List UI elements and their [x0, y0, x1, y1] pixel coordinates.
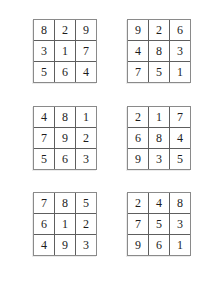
number-grid-3: 481792563: [33, 106, 97, 170]
grid-cell-r2c1: 7: [34, 128, 54, 148]
grid-cell-r1c3: 5: [76, 193, 96, 213]
grid-cell-r1c1: 2: [128, 193, 148, 213]
grid-cell-r3c1: 5: [34, 149, 54, 169]
grid-cell-r2c3: 3: [170, 41, 190, 61]
grid-cell-r2c1: 6: [34, 214, 54, 234]
grid-cell-r2c1: 3: [34, 41, 54, 61]
grid-cell-r3c2: 6: [55, 62, 75, 82]
grid-cell-r1c2: 8: [55, 107, 75, 127]
grid-cell-r3c3: 3: [76, 149, 96, 169]
grid-cell-r3c2: 3: [149, 149, 169, 169]
grid-cell-r3c1: 5: [34, 62, 54, 82]
grid-cell-r3c3: 5: [170, 149, 190, 169]
grid-cell-r1c3: 8: [170, 193, 190, 213]
grid-cell-r1c2: 1: [149, 107, 169, 127]
grid-cell-r2c3: 2: [76, 128, 96, 148]
grid-cell-r1c1: 4: [34, 107, 54, 127]
grid-cell-r1c2: 2: [149, 20, 169, 40]
grid-cell-r2c2: 1: [55, 214, 75, 234]
grid-cell-r3c2: 5: [149, 62, 169, 82]
grid-cell-r2c2: 8: [149, 41, 169, 61]
grid-cell-r2c1: 7: [128, 214, 148, 234]
grid-cell-r1c1: 8: [34, 20, 54, 40]
grid-cell-r3c3: 1: [170, 62, 190, 82]
grid-cell-r2c1: 4: [128, 41, 148, 61]
grid-cell-r2c3: 4: [170, 128, 190, 148]
number-grid-6: 248753961: [127, 192, 191, 256]
grid-cell-r3c3: 1: [170, 235, 190, 255]
grid-cell-r1c3: 7: [170, 107, 190, 127]
grid-cell-r3c3: 4: [76, 62, 96, 82]
number-grid-2: 926483751: [127, 19, 191, 83]
grid-cell-r3c2: 6: [149, 235, 169, 255]
grid-cell-r1c1: 2: [128, 107, 148, 127]
grid-cell-r2c2: 1: [55, 41, 75, 61]
grid-cell-r2c2: 8: [149, 128, 169, 148]
grid-cell-r2c2: 5: [149, 214, 169, 234]
grid-cell-r3c3: 3: [76, 235, 96, 255]
grid-cell-r1c3: 9: [76, 20, 96, 40]
grid-cell-r1c1: 7: [34, 193, 54, 213]
grid-cell-r2c3: 2: [76, 214, 96, 234]
grid-cell-r1c2: 8: [55, 193, 75, 213]
grid-cell-r3c2: 6: [55, 149, 75, 169]
number-grid-5: 785612493: [33, 192, 97, 256]
grid-cell-r3c1: 7: [128, 62, 148, 82]
grid-cell-r2c3: 7: [76, 41, 96, 61]
grid-cell-r1c2: 2: [55, 20, 75, 40]
grid-cell-r1c2: 4: [149, 193, 169, 213]
grid-cell-r3c2: 9: [55, 235, 75, 255]
grid-cell-r3c1: 4: [34, 235, 54, 255]
worksheet-page: 829317564 926483751 481792563 217684935 …: [0, 0, 210, 297]
grid-cell-r1c1: 9: [128, 20, 148, 40]
grid-cell-r2c2: 9: [55, 128, 75, 148]
number-grid-1: 829317564: [33, 19, 97, 83]
grid-cell-r3c1: 9: [128, 149, 148, 169]
grid-cell-r3c1: 9: [128, 235, 148, 255]
grid-cell-r2c3: 3: [170, 214, 190, 234]
grid-cell-r2c1: 6: [128, 128, 148, 148]
grid-cell-r1c3: 1: [76, 107, 96, 127]
grid-cell-r1c3: 6: [170, 20, 190, 40]
number-grid-4: 217684935: [127, 106, 191, 170]
